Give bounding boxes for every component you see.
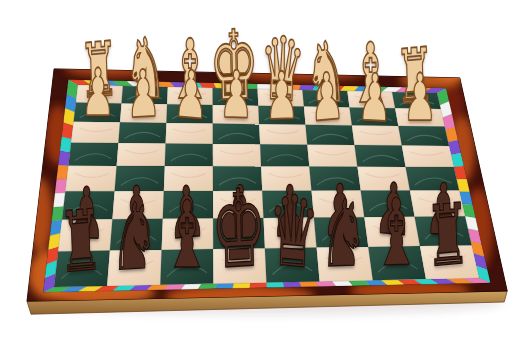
piece-black-queen-d8[interactable]: ♛: [266, 181, 320, 284]
piece-white-pawn-d2[interactable]: ♟: [264, 63, 299, 129]
piece-black-king-e8[interactable]: ♚: [210, 175, 268, 285]
piece-white-pawn-c2[interactable]: ♟: [309, 63, 345, 131]
piece-black-bishop-b8[interactable]: ♝: [372, 186, 421, 280]
piece-black-knight-g8[interactable]: ♞: [109, 190, 159, 285]
piece-white-pawn-f2[interactable]: ♟: [173, 60, 209, 128]
piece-black-rook-a8[interactable]: ♜: [425, 192, 471, 280]
piece-white-pawn-a2[interactable]: ♟: [403, 65, 437, 130]
piece-white-pawn-b2[interactable]: ♟: [357, 64, 392, 131]
photo-background: ♜♞♝♚♛♞♝♜♟♟♟♟♟♟♟♟♟♟♟♟♟♟♟♟♜♞♝♚♛♞♝♜: [0, 0, 516, 350]
piece-white-pawn-h2[interactable]: ♟: [81, 60, 115, 125]
piece-black-bishop-f8[interactable]: ♝: [163, 190, 211, 283]
piece-black-rook-h8[interactable]: ♜: [58, 198, 104, 286]
pieces-layer: ♜♞♝♚♛♞♝♜♟♟♟♟♟♟♟♟♟♟♟♟♟♟♟♟♜♞♝♚♛♞♝♜: [0, 0, 516, 350]
piece-white-pawn-e2[interactable]: ♟: [219, 62, 254, 128]
piece-white-pawn-g2[interactable]: ♟: [125, 60, 160, 127]
piece-black-knight-c8[interactable]: ♞: [319, 187, 368, 281]
